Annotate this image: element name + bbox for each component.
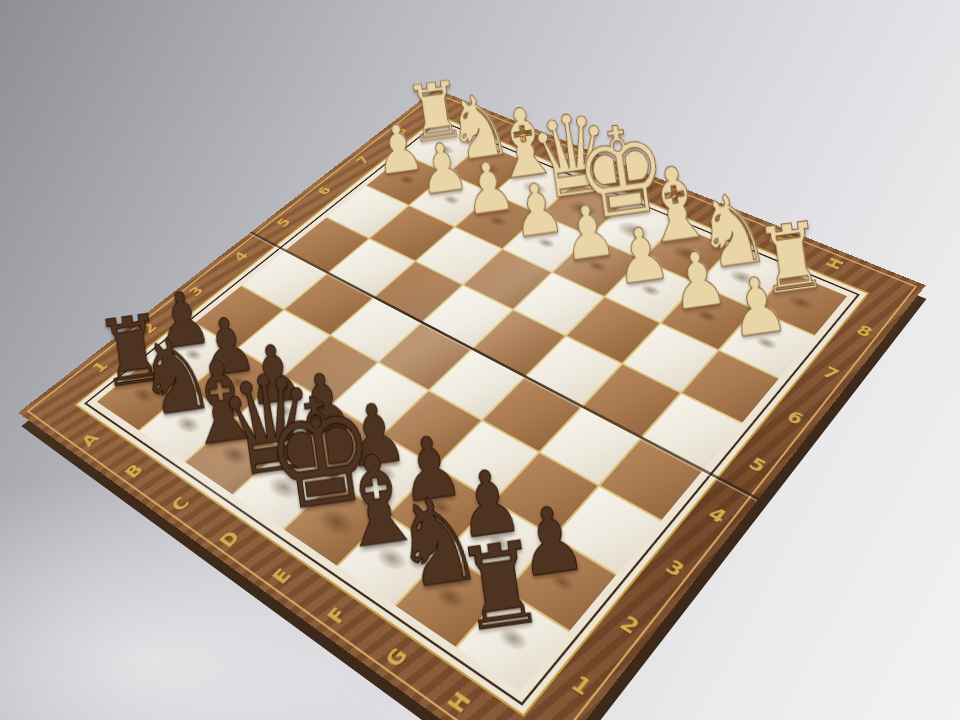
rook-glyph: ♜ (427, 521, 573, 651)
photo-background: AA88BB77CC66DD55EE44FF33GG22HH11 ♜♞♝♛♚♝♞… (0, 0, 960, 720)
pawn-glyph: ♟ (698, 260, 818, 353)
board-scene: AA88BB77CC66DD55EE44FF33GG22HH11 ♜♞♝♛♚♝♞… (102, 0, 843, 719)
chess-board: AA88BB77CC66DD55EE44FF33GG22HH11 ♜♞♝♛♚♝♞… (18, 89, 925, 720)
